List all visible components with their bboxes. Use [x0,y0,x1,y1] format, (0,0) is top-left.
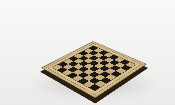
black-rook-glyph: ♜ [74,75,112,89]
white-pawn-glyph: ♟ [43,60,78,72]
white-king-dark-finial [71,43,73,46]
product-photo-stage: ♜♟♟♜♞♟♟♞♝♟♟♝♛♟♟♛♚♟♟♚♝♟♟♝♞♟♟♞♜♟♟♜ [0,0,175,105]
